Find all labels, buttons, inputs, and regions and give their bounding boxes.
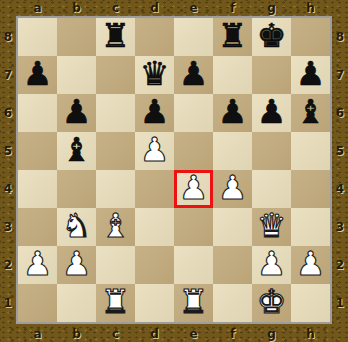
piece-black-pawn[interactable]: ♟ (23, 55, 53, 93)
square-g7[interactable] (252, 56, 291, 94)
coordinate-label: a (18, 325, 57, 342)
file-labels-bottom: abcdefgh (18, 325, 330, 342)
square-h8[interactable] (291, 18, 330, 56)
square-g2[interactable]: ♟ (252, 246, 291, 284)
square-d4[interactable] (135, 170, 174, 208)
square-a2[interactable]: ♟ (18, 246, 57, 284)
coordinate-label: e (174, 325, 213, 342)
piece-white-pawn[interactable]: ♟ (257, 245, 287, 283)
square-a6[interactable] (18, 94, 57, 132)
square-b6[interactable]: ♟ (57, 94, 96, 132)
piece-black-rook[interactable]: ♜ (218, 17, 248, 55)
square-f1[interactable] (213, 284, 252, 322)
square-e6[interactable] (174, 94, 213, 132)
coordinate-label: 1 (332, 284, 348, 322)
coordinate-label: 3 (0, 208, 16, 246)
coordinate-label: 8 (332, 18, 348, 56)
piece-black-queen[interactable]: ♛ (140, 55, 170, 93)
square-a5[interactable] (18, 132, 57, 170)
square-b3[interactable]: ♞ (57, 208, 96, 246)
coordinate-label: d (135, 0, 174, 16)
square-a3[interactable] (18, 208, 57, 246)
coordinate-label: f (213, 0, 252, 16)
square-g3[interactable]: ♛ (252, 208, 291, 246)
piece-white-queen[interactable]: ♛ (257, 207, 287, 245)
coordinate-label: e (174, 0, 213, 16)
square-e2[interactable] (174, 246, 213, 284)
coordinate-label: 6 (332, 94, 348, 132)
coordinate-label: 3 (332, 208, 348, 246)
square-d2[interactable] (135, 246, 174, 284)
square-e7[interactable]: ♟ (174, 56, 213, 94)
piece-white-pawn[interactable]: ♟ (296, 245, 326, 283)
square-d8[interactable] (135, 18, 174, 56)
square-f7[interactable] (213, 56, 252, 94)
coordinate-label: h (291, 0, 330, 16)
coordinate-label: 5 (332, 132, 348, 170)
square-h4[interactable] (291, 170, 330, 208)
piece-black-pawn[interactable]: ♟ (296, 55, 326, 93)
square-c8[interactable]: ♜ (96, 18, 135, 56)
coordinate-label: 7 (0, 56, 16, 94)
piece-white-pawn[interactable]: ♟ (140, 131, 170, 169)
square-b1[interactable] (57, 284, 96, 322)
piece-white-pawn[interactable]: ♟ (62, 245, 92, 283)
square-c2[interactable] (96, 246, 135, 284)
square-f3[interactable] (213, 208, 252, 246)
square-c1[interactable]: ♜ (96, 284, 135, 322)
square-c3[interactable]: ♝ (96, 208, 135, 246)
file-labels-top: abcdefgh (18, 0, 330, 16)
square-a8[interactable] (18, 18, 57, 56)
square-e3[interactable] (174, 208, 213, 246)
coordinate-label: 2 (0, 246, 16, 284)
chess-board[interactable]: ♜♜♚♟♛♟♟♟♟♟♟♝♝♟♟♟♞♝♛♟♟♟♟♜♜♚ (18, 18, 330, 322)
square-c4[interactable] (96, 170, 135, 208)
piece-white-bishop[interactable]: ♝ (101, 207, 131, 245)
piece-white-pawn[interactable]: ♟ (218, 169, 248, 207)
square-f5[interactable] (213, 132, 252, 170)
piece-black-rook[interactable]: ♜ (101, 17, 131, 55)
square-c7[interactable] (96, 56, 135, 94)
square-h3[interactable] (291, 208, 330, 246)
square-c5[interactable] (96, 132, 135, 170)
coordinate-label: 6 (0, 94, 16, 132)
square-h7[interactable]: ♟ (291, 56, 330, 94)
coordinate-label: 8 (0, 18, 16, 56)
square-a4[interactable] (18, 170, 57, 208)
coordinate-label: f (213, 325, 252, 342)
square-g5[interactable] (252, 132, 291, 170)
coordinate-label: 4 (0, 170, 16, 208)
coordinate-label: 7 (332, 56, 348, 94)
square-d7[interactable]: ♛ (135, 56, 174, 94)
piece-white-king[interactable]: ♚ (257, 283, 287, 321)
square-e8[interactable] (174, 18, 213, 56)
piece-black-pawn[interactable]: ♟ (179, 55, 209, 93)
board-frame: ♜♜♚♟♛♟♟♟♟♟♟♝♝♟♟♟♞♝♛♟♟♟♟♜♜♚ (16, 16, 332, 324)
coordinate-label: b (57, 325, 96, 342)
square-b8[interactable] (57, 18, 96, 56)
coordinate-label: 4 (332, 170, 348, 208)
coordinate-label: 2 (332, 246, 348, 284)
square-d5[interactable]: ♟ (135, 132, 174, 170)
square-g6[interactable]: ♟ (252, 94, 291, 132)
square-e1[interactable]: ♜ (174, 284, 213, 322)
coordinate-label: 5 (0, 132, 16, 170)
piece-black-pawn[interactable]: ♟ (140, 93, 170, 131)
piece-white-pawn[interactable]: ♟ (23, 245, 53, 283)
piece-white-knight[interactable]: ♞ (62, 207, 92, 245)
piece-black-pawn[interactable]: ♟ (257, 93, 287, 131)
chess-diagram: abcdefgh abcdefgh 87654321 87654321 ♜♜♚♟… (0, 0, 348, 342)
square-f8[interactable]: ♜ (213, 18, 252, 56)
square-h2[interactable]: ♟ (291, 246, 330, 284)
coordinate-label: c (96, 0, 135, 16)
square-e4[interactable]: ♟ (174, 170, 213, 208)
square-h1[interactable] (291, 284, 330, 322)
square-g1[interactable]: ♚ (252, 284, 291, 322)
coordinate-label: b (57, 0, 96, 16)
square-b5[interactable]: ♝ (57, 132, 96, 170)
square-e5[interactable] (174, 132, 213, 170)
square-d6[interactable]: ♟ (135, 94, 174, 132)
coordinate-label: c (96, 325, 135, 342)
coordinate-label: h (291, 325, 330, 342)
coordinate-label: g (252, 325, 291, 342)
piece-white-pawn[interactable]: ♟ (179, 169, 209, 207)
piece-black-pawn[interactable]: ♟ (62, 93, 92, 131)
piece-black-bishop[interactable]: ♝ (62, 131, 92, 169)
square-h5[interactable] (291, 132, 330, 170)
square-d1[interactable] (135, 284, 174, 322)
piece-black-bishop[interactable]: ♝ (296, 93, 326, 131)
piece-white-rook[interactable]: ♜ (101, 283, 131, 321)
square-f2[interactable] (213, 246, 252, 284)
square-b2[interactable]: ♟ (57, 246, 96, 284)
piece-black-pawn[interactable]: ♟ (218, 93, 248, 131)
rank-labels-right: 87654321 (332, 18, 348, 322)
coordinate-label: a (18, 0, 57, 16)
square-f4[interactable]: ♟ (213, 170, 252, 208)
square-d3[interactable] (135, 208, 174, 246)
square-b7[interactable] (57, 56, 96, 94)
coordinate-label: d (135, 325, 174, 342)
square-b4[interactable] (57, 170, 96, 208)
coordinate-label: g (252, 0, 291, 16)
square-g8[interactable]: ♚ (252, 18, 291, 56)
coordinate-label: 1 (0, 284, 16, 322)
rank-labels-left: 87654321 (0, 18, 16, 322)
square-a7[interactable]: ♟ (18, 56, 57, 94)
piece-black-king[interactable]: ♚ (257, 17, 287, 55)
square-g4[interactable] (252, 170, 291, 208)
square-a1[interactable] (18, 284, 57, 322)
square-h6[interactable]: ♝ (291, 94, 330, 132)
piece-white-rook[interactable]: ♜ (179, 283, 209, 321)
square-f6[interactable]: ♟ (213, 94, 252, 132)
square-c6[interactable] (96, 94, 135, 132)
